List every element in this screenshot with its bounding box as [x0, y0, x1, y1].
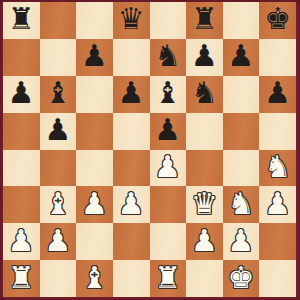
- square-a6[interactable]: ♟: [3, 76, 40, 113]
- square-a7[interactable]: [3, 39, 40, 76]
- piece-black-pawn: ♟: [264, 78, 291, 108]
- square-h1[interactable]: [259, 260, 296, 297]
- piece-black-bishop: ♝: [154, 78, 181, 108]
- square-f5[interactable]: [186, 113, 223, 150]
- square-b4[interactable]: [40, 150, 77, 187]
- square-g8[interactable]: [223, 2, 260, 39]
- square-d5[interactable]: [113, 113, 150, 150]
- square-c6[interactable]: [76, 76, 113, 113]
- square-b2[interactable]: ♟: [40, 223, 77, 260]
- square-h7[interactable]: [259, 39, 296, 76]
- square-f8[interactable]: ♜: [186, 2, 223, 39]
- square-g7[interactable]: ♟: [223, 39, 260, 76]
- piece-white-queen: ♛: [191, 189, 218, 219]
- piece-white-pawn: ♟: [228, 226, 255, 256]
- piece-white-pawn: ♟: [191, 226, 218, 256]
- piece-black-pawn: ♟: [8, 78, 35, 108]
- square-g2[interactable]: ♟: [223, 223, 260, 260]
- square-e2[interactable]: [150, 223, 187, 260]
- square-c5[interactable]: [76, 113, 113, 150]
- piece-white-rook: ♜: [8, 263, 35, 293]
- square-f2[interactable]: ♟: [186, 223, 223, 260]
- square-g4[interactable]: [223, 150, 260, 187]
- square-h5[interactable]: [259, 113, 296, 150]
- piece-black-bishop: ♝: [44, 78, 71, 108]
- square-f3[interactable]: ♛: [186, 186, 223, 223]
- square-c2[interactable]: [76, 223, 113, 260]
- piece-white-pawn: ♟: [81, 189, 108, 219]
- square-a8[interactable]: ♜: [3, 2, 40, 39]
- square-a3[interactable]: [3, 186, 40, 223]
- piece-black-knight: ♞: [154, 41, 181, 71]
- piece-black-pawn: ♟: [228, 41, 255, 71]
- square-e1[interactable]: ♜: [150, 260, 187, 297]
- square-b6[interactable]: ♝: [40, 76, 77, 113]
- square-d6[interactable]: ♟: [113, 76, 150, 113]
- square-b5[interactable]: ♟: [40, 113, 77, 150]
- square-e8[interactable]: [150, 2, 187, 39]
- square-a4[interactable]: [3, 150, 40, 187]
- square-d2[interactable]: [113, 223, 150, 260]
- piece-black-pawn: ♟: [81, 41, 108, 71]
- piece-black-pawn: ♟: [191, 41, 218, 71]
- chess-board: ♜♛♜♚♟♞♟♟♟♝♟♝♞♟♟♟♟♞♝♟♟♛♞♟♟♟♟♟♜♝♜♚: [3, 2, 296, 297]
- square-d1[interactable]: [113, 260, 150, 297]
- chess-board-frame: ♜♛♜♚♟♞♟♟♟♝♟♝♞♟♟♟♟♞♝♟♟♛♞♟♟♟♟♟♜♝♜♚: [0, 0, 300, 300]
- square-c4[interactable]: [76, 150, 113, 187]
- square-f7[interactable]: ♟: [186, 39, 223, 76]
- square-d3[interactable]: ♟: [113, 186, 150, 223]
- piece-white-knight: ♞: [264, 152, 291, 182]
- piece-white-pawn: ♟: [264, 189, 291, 219]
- square-d8[interactable]: ♛: [113, 2, 150, 39]
- square-a1[interactable]: ♜: [3, 260, 40, 297]
- square-h3[interactable]: ♟: [259, 186, 296, 223]
- square-g6[interactable]: [223, 76, 260, 113]
- square-c3[interactable]: ♟: [76, 186, 113, 223]
- square-c7[interactable]: ♟: [76, 39, 113, 76]
- square-f1[interactable]: [186, 260, 223, 297]
- piece-black-queen: ♛: [118, 4, 145, 34]
- square-h8[interactable]: ♚: [259, 2, 296, 39]
- square-h6[interactable]: ♟: [259, 76, 296, 113]
- piece-black-pawn: ♟: [154, 115, 181, 145]
- square-d4[interactable]: [113, 150, 150, 187]
- piece-white-bishop: ♝: [44, 189, 71, 219]
- square-d7[interactable]: [113, 39, 150, 76]
- piece-white-pawn: ♟: [154, 152, 181, 182]
- piece-white-rook: ♜: [154, 263, 181, 293]
- square-h2[interactable]: [259, 223, 296, 260]
- square-c1[interactable]: ♝: [76, 260, 113, 297]
- piece-black-king: ♚: [264, 4, 291, 34]
- square-e4[interactable]: ♟: [150, 150, 187, 187]
- piece-white-pawn: ♟: [44, 226, 71, 256]
- square-c8[interactable]: [76, 2, 113, 39]
- square-g1[interactable]: ♚: [223, 260, 260, 297]
- square-f4[interactable]: [186, 150, 223, 187]
- piece-black-pawn: ♟: [44, 115, 71, 145]
- square-e6[interactable]: ♝: [150, 76, 187, 113]
- square-g5[interactable]: [223, 113, 260, 150]
- square-b3[interactable]: ♝: [40, 186, 77, 223]
- square-e5[interactable]: ♟: [150, 113, 187, 150]
- square-b7[interactable]: [40, 39, 77, 76]
- square-a2[interactable]: ♟: [3, 223, 40, 260]
- square-e3[interactable]: [150, 186, 187, 223]
- piece-black-rook: ♜: [8, 4, 35, 34]
- piece-white-king: ♚: [228, 263, 255, 293]
- piece-black-pawn: ♟: [118, 78, 145, 108]
- square-f6[interactable]: ♞: [186, 76, 223, 113]
- piece-white-knight: ♞: [228, 189, 255, 219]
- piece-black-knight: ♞: [191, 78, 218, 108]
- square-b8[interactable]: [40, 2, 77, 39]
- piece-black-rook: ♜: [191, 4, 218, 34]
- piece-white-bishop: ♝: [81, 263, 108, 293]
- piece-white-pawn: ♟: [118, 189, 145, 219]
- square-h4[interactable]: ♞: [259, 150, 296, 187]
- piece-white-pawn: ♟: [8, 226, 35, 256]
- square-a5[interactable]: [3, 113, 40, 150]
- square-e7[interactable]: ♞: [150, 39, 187, 76]
- square-g3[interactable]: ♞: [223, 186, 260, 223]
- square-b1[interactable]: [40, 260, 77, 297]
